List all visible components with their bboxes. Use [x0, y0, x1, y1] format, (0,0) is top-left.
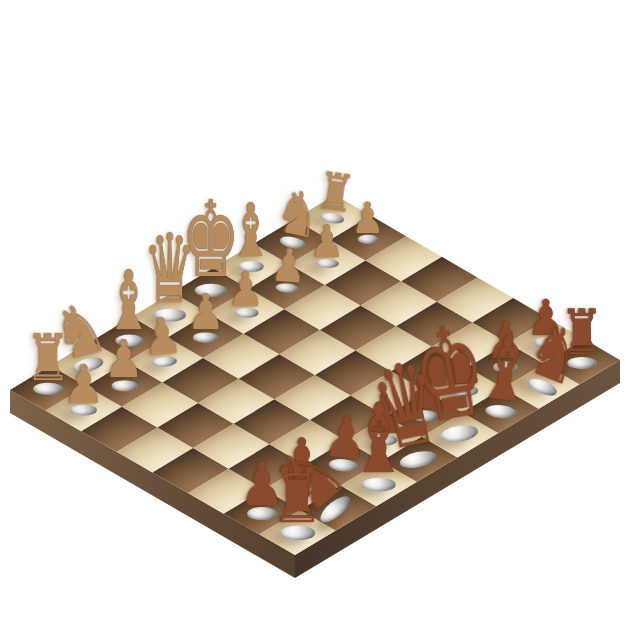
white-pawn-glyph: ♟ [352, 199, 385, 239]
piece-white-pawn-b2[interactable]: ♟ [101, 337, 148, 392]
white-pawn-glyph: ♟ [187, 291, 224, 336]
piece-white-pawn-g2[interactable]: ♟ [307, 222, 347, 269]
white-pawn-glyph: ♟ [270, 243, 308, 288]
black-rook-glyph: ♜ [271, 462, 324, 531]
white-pawn-glyph: ♟ [104, 337, 144, 385]
wobble-chess-set-photo: ♜♞♝♛♚♝♞♜♟♟♟♟♟♟♟♟♟♟♟♟♟♟♟♟♜♞♝♛♚♝♞♜ [0, 0, 626, 626]
white-pawn-glyph: ♟ [310, 222, 344, 263]
white-pawn-glyph: ♟ [63, 360, 104, 409]
piece-white-pawn-f2[interactable]: ♟ [266, 243, 311, 294]
piece-black-rook-a8[interactable]: ♜ [264, 462, 332, 541]
piece-white-pawn-d2[interactable]: ♟ [184, 291, 228, 343]
white-pawn-glyph: ♟ [228, 268, 264, 312]
piece-white-pawn-e2[interactable]: ♟ [225, 268, 268, 318]
black-bishop-glyph: ♝ [350, 394, 407, 483]
piece-white-pawn-h2[interactable]: ♟ [349, 199, 388, 244]
pieces-layer: ♜♞♝♛♚♝♞♜♟♟♟♟♟♟♟♟♟♟♟♟♟♟♟♟♜♞♝♛♚♝♞♜ [0, 0, 626, 626]
piece-white-pawn-a2[interactable]: ♟ [60, 360, 108, 416]
